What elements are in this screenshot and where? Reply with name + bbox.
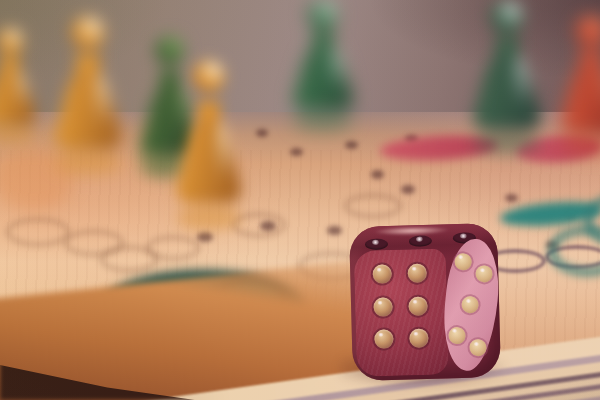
die-pip (475, 265, 494, 284)
die-pip (372, 264, 391, 283)
pawn-body (470, 46, 544, 129)
pawn-refl (55, 152, 121, 174)
die (351, 225, 499, 379)
pawn-body (0, 63, 38, 125)
pawn-head (576, 16, 600, 46)
track-ring (146, 236, 200, 260)
track-hole (345, 141, 358, 149)
die-pip (407, 263, 426, 282)
pip-glint (378, 333, 383, 337)
die-front-face (354, 248, 449, 376)
die-pip (409, 329, 428, 348)
die-pip (469, 339, 488, 358)
pawn-neck (198, 101, 220, 121)
die-pip (373, 297, 392, 316)
track-hole (260, 221, 276, 231)
pawn-refl (177, 206, 241, 230)
pawn-head (71, 16, 104, 49)
track-hole (327, 226, 342, 235)
track-ring (344, 194, 402, 218)
track-hole (256, 129, 268, 137)
track-hole (197, 232, 213, 242)
pawn-body (52, 64, 124, 149)
pawn-red (558, 16, 600, 140)
pawn-body (174, 111, 244, 203)
pip-glint (480, 268, 485, 272)
pawn-green (290, 0, 356, 116)
pawn-refl (473, 132, 541, 154)
die-pip (408, 296, 427, 315)
pawn-yellow (174, 60, 244, 210)
pawn-neck (495, 37, 519, 55)
pip-glint (413, 332, 418, 336)
pip-glint (376, 268, 381, 272)
pawn-neck (580, 49, 600, 65)
pawn-body (558, 58, 600, 134)
pip-glint (458, 255, 463, 259)
pip-glint (416, 236, 423, 241)
pawn-head (193, 60, 225, 92)
die-pip (447, 326, 466, 345)
die-pip (461, 295, 480, 314)
track-ring (6, 218, 70, 246)
die-pip (453, 252, 472, 271)
track-hole (290, 148, 303, 156)
pip-glint (460, 233, 467, 238)
pawn-head (0, 28, 23, 54)
pawn-neck (76, 54, 99, 72)
pawn-yellow (52, 16, 124, 156)
pawn-head (308, 0, 338, 30)
pip-glint (452, 329, 457, 333)
pip-glint (411, 267, 416, 271)
pip-glint (465, 298, 470, 302)
track-hole (371, 170, 384, 179)
pawn-head (490, 0, 524, 34)
photo-scene (0, 0, 600, 400)
pawn-body (290, 39, 356, 110)
die-body (349, 223, 501, 381)
track-hole (505, 194, 518, 202)
pip-glint (412, 299, 417, 303)
pip-glint (474, 342, 479, 346)
pawn-neck (312, 31, 333, 46)
pawn-neck (1, 56, 19, 69)
die-pip (374, 330, 393, 349)
pip-glint (377, 300, 382, 304)
pawn-green (470, 0, 544, 136)
die-pip (409, 235, 432, 247)
pip-glint (371, 240, 378, 245)
pawn-yellow (0, 28, 38, 130)
pawn-refl (293, 113, 354, 132)
track-hole (401, 185, 415, 194)
die-pip (364, 238, 387, 250)
